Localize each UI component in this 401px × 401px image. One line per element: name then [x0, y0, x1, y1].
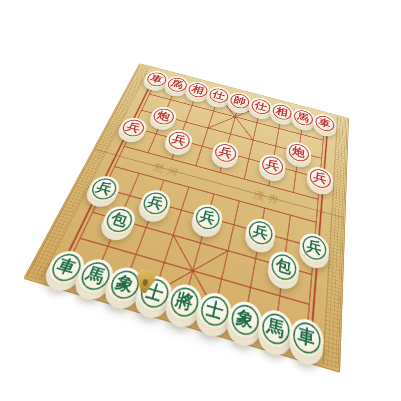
piece-glyph: 車: [149, 73, 164, 84]
piece-glyph: 仕: [211, 89, 225, 100]
piece-glyph: 兵: [305, 238, 321, 256]
piece-green-general[interactable]: 將: [162, 279, 204, 323]
piece-glyph: 兵: [170, 133, 187, 147]
piece-glyph: 包: [274, 256, 291, 276]
photo-canvas: 楚河 漢界 車馬相仕帥仕相馬車炮炮兵兵兵兵兵兵兵兵兵兵包包車馬象士將士象馬車: [0, 0, 401, 401]
piece-glyph: 仕: [253, 100, 267, 112]
piece-red-soldier[interactable]: 兵: [162, 126, 194, 153]
piece-red-advisor[interactable]: 仕: [247, 95, 274, 118]
piece-glyph: 兵: [198, 208, 216, 225]
piece-glyph: 兵: [93, 180, 113, 196]
piece-green-chariot[interactable]: 車: [287, 314, 324, 361]
piece-glyph: 馬: [83, 264, 106, 285]
piece-glyph: 包: [108, 210, 129, 228]
piece-glyph: 兵: [145, 194, 164, 211]
piece-glyph: 車: [54, 256, 78, 277]
piece-glyph: 車: [318, 117, 331, 129]
piece-green-soldier[interactable]: 兵: [136, 186, 173, 219]
piece-green-horse[interactable]: 馬: [256, 305, 294, 351]
piece-glyph: 兵: [124, 121, 141, 134]
piece-glyph: 馬: [265, 316, 284, 340]
piece-red-chariot[interactable]: 車: [312, 111, 337, 135]
piece-glyph: 將: [173, 290, 194, 312]
piece-glyph: 兵: [217, 145, 233, 159]
piece-red-soldier[interactable]: 兵: [305, 163, 333, 192]
piece-glyph: 相: [275, 106, 288, 118]
piece-red-soldier[interactable]: 兵: [257, 151, 286, 179]
piece-glyph: 炮: [291, 145, 305, 159]
piece-glyph: 炮: [155, 109, 171, 122]
piece-green-cannon[interactable]: 包: [266, 247, 300, 286]
piece-red-soldier[interactable]: 兵: [209, 139, 240, 166]
piece-glyph: 帥: [232, 95, 246, 107]
piece-red-elephant[interactable]: 相: [268, 100, 294, 123]
xiangqi-board: 楚河 漢界 車馬相仕帥仕相馬車炮炮兵兵兵兵兵兵兵兵兵兵包包車馬象士將士象馬車: [23, 63, 349, 372]
piece-glyph: 兵: [251, 223, 268, 241]
piece-glyph: 象: [234, 307, 254, 330]
piece-glyph: 馬: [296, 111, 309, 123]
piece-green-cannon[interactable]: 包: [98, 202, 138, 237]
piece-green-soldier[interactable]: 兵: [297, 229, 328, 265]
piece-glyph: 兵: [312, 170, 326, 185]
piece-green-soldier[interactable]: 兵: [243, 215, 277, 250]
piece-glyph: 相: [190, 84, 205, 95]
piece-glyph: 兵: [264, 158, 279, 172]
piece-green-horse[interactable]: 馬: [72, 254, 117, 296]
piece-glyph: 士: [203, 298, 224, 321]
piece-glyph: 馬: [169, 79, 184, 90]
piece-red-cannon[interactable]: 炮: [147, 104, 179, 129]
piece-red-cannon[interactable]: 炮: [284, 139, 311, 166]
board-intersections[interactable]: 車馬相仕帥仕相馬車炮炮兵兵兵兵兵兵兵兵兵兵包包車馬象士將士象馬車: [44, 69, 336, 359]
piece-green-advisor[interactable]: 士: [193, 288, 234, 333]
piece-green-soldier[interactable]: 兵: [189, 200, 224, 234]
piece-red-horse[interactable]: 馬: [290, 106, 315, 129]
photo-scene: 楚河 漢界 車馬相仕帥仕相馬車炮炮兵兵兵兵兵兵兵兵兵兵包包車馬象士將士象馬車: [0, 0, 401, 401]
piece-glyph: 象: [113, 273, 136, 295]
piece-green-elephant[interactable]: 象: [224, 296, 263, 341]
piece-glyph: 車: [296, 325, 315, 349]
